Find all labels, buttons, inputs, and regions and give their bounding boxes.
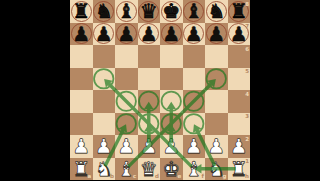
square-a7[interactable]: ♟ (70, 23, 93, 46)
square-b4[interactable] (93, 90, 116, 113)
square-h5[interactable]: 5 (228, 68, 251, 91)
square-f5[interactable] (183, 68, 206, 91)
square-c1[interactable]: ♝c (115, 158, 138, 181)
piece-black-pawn[interactable]: ♟ (138, 23, 161, 46)
square-g8[interactable]: ♞ (205, 0, 228, 23)
square-e2[interactable]: ♟ (160, 135, 183, 158)
square-g3[interactable] (205, 113, 228, 136)
coordinate-rank-label: 6 (245, 46, 249, 52)
square-e8[interactable]: ♚ (160, 0, 183, 23)
piece-black-pawn[interactable]: ♟ (183, 23, 206, 46)
coordinate-rank-label: 7 (245, 23, 249, 29)
coordinate-rank-label: 8 (245, 1, 249, 7)
square-c5[interactable] (115, 68, 138, 91)
piece-black-pawn[interactable]: ♟ (115, 23, 138, 46)
square-d1[interactable]: ♛d (138, 158, 161, 181)
square-e1[interactable]: ♚e (160, 158, 183, 181)
square-h7[interactable]: ♟7 (228, 23, 251, 46)
piece-white-pawn[interactable]: ♟ (205, 135, 228, 158)
piece-black-pawn[interactable]: ♟ (93, 23, 116, 46)
square-h8[interactable]: ♜8 (228, 0, 251, 23)
square-b2[interactable]: ♟ (93, 135, 116, 158)
square-a1[interactable]: ♜a (70, 158, 93, 181)
coordinate-file-label: e (178, 173, 182, 179)
square-b6[interactable] (93, 45, 116, 68)
square-d4[interactable] (138, 90, 161, 113)
coordinate-rank-label: 2 (245, 136, 249, 142)
square-e4[interactable] (160, 90, 183, 113)
coordinate-file-label: b (110, 173, 114, 179)
square-c8[interactable]: ♝ (115, 0, 138, 23)
piece-white-pawn[interactable]: ♟ (115, 135, 138, 158)
piece-black-knight[interactable]: ♞ (205, 0, 228, 23)
piece-black-queen[interactable]: ♛ (138, 0, 161, 23)
piece-black-rook[interactable]: ♜ (70, 0, 93, 23)
square-c7[interactable]: ♟ (115, 23, 138, 46)
square-b5[interactable] (93, 68, 116, 91)
square-f6[interactable] (183, 45, 206, 68)
piece-white-pawn[interactable]: ♟ (70, 135, 93, 158)
square-b7[interactable]: ♟ (93, 23, 116, 46)
left-black-panel (0, 0, 70, 180)
square-b8[interactable]: ♞ (93, 0, 116, 23)
square-f4[interactable] (183, 90, 206, 113)
square-g1[interactable]: ♞g (205, 158, 228, 181)
right-black-panel (250, 0, 320, 180)
square-g2[interactable]: ♟ (205, 135, 228, 158)
chessboard[interactable]: ♜♞♝♛♚♝♞♜8♟♟♟♟♟♟♟♟76543♟♟♟♟♟♟♟♟2♜a♞b♝c♛d♚… (70, 0, 250, 180)
square-g5[interactable] (205, 68, 228, 91)
square-d2[interactable]: ♟ (138, 135, 161, 158)
piece-black-pawn[interactable]: ♟ (70, 23, 93, 46)
square-a3[interactable] (70, 113, 93, 136)
square-f1[interactable]: ♝f (183, 158, 206, 181)
square-d3[interactable] (138, 113, 161, 136)
square-c2[interactable]: ♟ (115, 135, 138, 158)
piece-white-pawn[interactable]: ♟ (183, 135, 206, 158)
square-g7[interactable]: ♟ (205, 23, 228, 46)
coordinate-file-label: f (201, 173, 203, 179)
square-a2[interactable]: ♟ (70, 135, 93, 158)
square-a8[interactable]: ♜ (70, 0, 93, 23)
square-f7[interactable]: ♟ (183, 23, 206, 46)
square-f8[interactable]: ♝ (183, 0, 206, 23)
square-e7[interactable]: ♟ (160, 23, 183, 46)
piece-black-knight[interactable]: ♞ (93, 0, 116, 23)
square-d7[interactable]: ♟ (138, 23, 161, 46)
coordinate-file-label: d (155, 173, 159, 179)
square-h1[interactable]: ♜1h (228, 158, 251, 181)
coordinate-file-label: a (88, 173, 92, 179)
square-b3[interactable] (93, 113, 116, 136)
square-b1[interactable]: ♞b (93, 158, 116, 181)
piece-white-pawn[interactable]: ♟ (138, 135, 161, 158)
square-h4[interactable]: 4 (228, 90, 251, 113)
piece-white-pawn[interactable]: ♟ (160, 135, 183, 158)
square-h3[interactable]: 3 (228, 113, 251, 136)
piece-black-king[interactable]: ♚ (160, 0, 183, 23)
piece-black-pawn[interactable]: ♟ (160, 23, 183, 46)
square-a6[interactable] (70, 45, 93, 68)
square-d5[interactable] (138, 68, 161, 91)
coordinate-rank-label: 4 (245, 91, 249, 97)
piece-black-pawn[interactable]: ♟ (205, 23, 228, 46)
piece-white-pawn[interactable]: ♟ (93, 135, 116, 158)
coordinate-file-label: h (245, 173, 249, 179)
square-e6[interactable] (160, 45, 183, 68)
square-a5[interactable] (70, 68, 93, 91)
coordinate-rank-label: 1 (245, 158, 249, 164)
square-h6[interactable]: 6 (228, 45, 251, 68)
square-a4[interactable] (70, 90, 93, 113)
square-d6[interactable] (138, 45, 161, 68)
square-f2[interactable]: ♟ (183, 135, 206, 158)
square-g4[interactable] (205, 90, 228, 113)
piece-black-bishop[interactable]: ♝ (183, 0, 206, 23)
square-h2[interactable]: ♟2 (228, 135, 251, 158)
square-c4[interactable] (115, 90, 138, 113)
square-e5[interactable] (160, 68, 183, 91)
square-g6[interactable] (205, 45, 228, 68)
coordinate-rank-label: 3 (245, 113, 249, 119)
chess-app-screen: ♜♞♝♛♚♝♞♜8♟♟♟♟♟♟♟♟76543♟♟♟♟♟♟♟♟2♜a♞b♝c♛d♚… (0, 0, 320, 180)
coordinate-rank-label: 5 (245, 68, 249, 74)
piece-black-bishop[interactable]: ♝ (115, 0, 138, 23)
coordinate-file-label: g (222, 173, 226, 179)
square-c6[interactable] (115, 45, 138, 68)
square-d8[interactable]: ♛ (138, 0, 161, 23)
square-e3[interactable] (160, 113, 183, 136)
square-f3[interactable] (183, 113, 206, 136)
square-c3[interactable] (115, 113, 138, 136)
coordinate-file-label: c (133, 173, 136, 179)
